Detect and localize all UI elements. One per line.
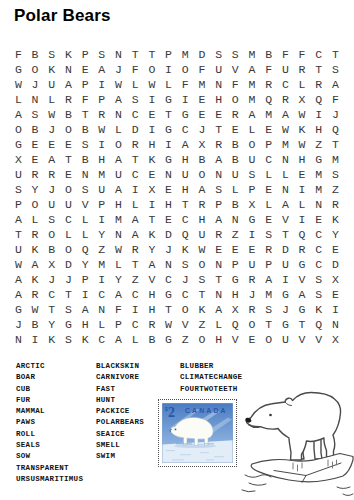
grid-cell[interactable]: K — [27, 272, 44, 287]
grid-cell[interactable]: X — [294, 92, 311, 107]
grid-cell[interactable]: E — [144, 167, 161, 182]
grid-cell[interactable]: E — [27, 137, 44, 152]
grid-cell[interactable]: T — [60, 287, 77, 302]
grid-cell[interactable]: Z — [310, 137, 327, 152]
grid-cell[interactable]: V — [77, 197, 94, 212]
grid-cell[interactable]: W — [160, 317, 177, 332]
grid-cell[interactable]: E — [160, 182, 177, 197]
grid-cell[interactable]: C — [310, 257, 327, 272]
grid-cell[interactable]: R — [194, 197, 211, 212]
grid-cell[interactable]: M — [260, 287, 277, 302]
grid-cell[interactable]: A — [194, 182, 211, 197]
grid-cell[interactable]: O — [244, 317, 261, 332]
grid-cell[interactable]: K — [294, 122, 311, 137]
grid-cell[interactable]: K — [310, 302, 327, 317]
grid-cell[interactable]: R — [260, 77, 277, 92]
grid-cell[interactable]: B — [27, 317, 44, 332]
grid-cell[interactable]: S — [260, 302, 277, 317]
grid-cell[interactable]: R — [244, 302, 261, 317]
grid-cell[interactable]: O — [194, 332, 211, 347]
grid-cell[interactable]: S — [194, 272, 211, 287]
grid-cell[interactable]: I — [93, 137, 110, 152]
grid-cell[interactable]: L — [77, 212, 94, 227]
grid-cell[interactable]: O — [244, 137, 261, 152]
grid-cell[interactable]: M — [177, 47, 194, 62]
grid-cell[interactable]: F — [110, 302, 127, 317]
grid-cell[interactable]: E — [77, 62, 94, 77]
grid-cell[interactable]: R — [93, 107, 110, 122]
grid-cell[interactable]: E — [294, 167, 311, 182]
grid-cell[interactable]: J — [327, 107, 344, 122]
grid-cell[interactable]: U — [194, 227, 211, 242]
grid-cell[interactable]: L — [260, 167, 277, 182]
grid-cell[interactable]: A — [127, 212, 144, 227]
grid-cell[interactable]: O — [260, 332, 277, 347]
grid-cell[interactable]: Y — [110, 272, 127, 287]
grid-cell[interactable]: I — [277, 272, 294, 287]
grid-cell[interactable]: U — [277, 257, 294, 272]
grid-cell[interactable]: I — [127, 302, 144, 317]
grid-cell[interactable]: E — [327, 242, 344, 257]
grid-cell[interactable]: W — [43, 107, 60, 122]
grid-cell[interactable]: H — [144, 302, 161, 317]
grid-cell[interactable]: Y — [43, 317, 60, 332]
grid-cell[interactable]: K — [144, 227, 161, 242]
grid-cell[interactable]: Z — [227, 227, 244, 242]
grid-cell[interactable]: C — [60, 212, 77, 227]
grid-cell[interactable]: Z — [93, 242, 110, 257]
grid-cell[interactable]: R — [210, 137, 227, 152]
grid-cell[interactable]: F — [127, 62, 144, 77]
grid-cell[interactable]: E — [160, 212, 177, 227]
grid-cell[interactable]: P — [77, 47, 94, 62]
grid-cell[interactable]: E — [260, 182, 277, 197]
grid-cell[interactable]: I — [244, 227, 261, 242]
grid-cell[interactable]: A — [93, 62, 110, 77]
grid-cell[interactable]: T — [327, 47, 344, 62]
grid-cell[interactable]: W — [277, 122, 294, 137]
grid-cell[interactable]: Q — [294, 227, 311, 242]
grid-cell[interactable]: H — [227, 287, 244, 302]
grid-cell[interactable]: E — [60, 137, 77, 152]
grid-cell[interactable]: L — [160, 77, 177, 92]
grid-cell[interactable]: N — [27, 92, 44, 107]
grid-cell[interactable]: X — [227, 302, 244, 317]
grid-cell[interactable]: K — [60, 47, 77, 62]
grid-cell[interactable]: V — [227, 332, 244, 347]
grid-cell[interactable]: I — [160, 137, 177, 152]
grid-cell[interactable]: L — [43, 92, 60, 107]
grid-cell[interactable]: T — [60, 152, 77, 167]
grid-cell[interactable]: L — [27, 212, 44, 227]
grid-cell[interactable]: M — [244, 77, 261, 92]
grid-cell[interactable]: A — [77, 302, 94, 317]
grid-cell[interactable]: A — [110, 287, 127, 302]
grid-cell[interactable]: X — [43, 257, 60, 272]
grid-cell[interactable]: Z — [127, 272, 144, 287]
grid-cell[interactable]: B — [43, 242, 60, 257]
grid-cell[interactable]: E — [244, 242, 261, 257]
grid-cell[interactable]: G — [177, 107, 194, 122]
grid-cell[interactable]: R — [127, 137, 144, 152]
grid-cell[interactable]: Z — [327, 182, 344, 197]
grid-cell[interactable]: E — [310, 212, 327, 227]
grid-cell[interactable]: N — [93, 302, 110, 317]
grid-cell[interactable]: A — [210, 302, 227, 317]
grid-cell[interactable]: U — [10, 167, 27, 182]
grid-cell[interactable]: Q — [77, 242, 94, 257]
grid-cell[interactable]: G — [160, 332, 177, 347]
grid-cell[interactable]: A — [43, 152, 60, 167]
grid-cell[interactable]: U — [277, 332, 294, 347]
grid-cell[interactable]: J — [160, 242, 177, 257]
grid-cell[interactable]: A — [244, 62, 261, 77]
grid-cell[interactable]: G — [294, 302, 311, 317]
grid-cell[interactable]: L — [10, 92, 27, 107]
grid-cell[interactable]: S — [93, 47, 110, 62]
grid-cell[interactable]: A — [210, 152, 227, 167]
grid-cell[interactable]: H — [210, 92, 227, 107]
grid-cell[interactable]: J — [244, 287, 261, 302]
grid-cell[interactable]: L — [210, 317, 227, 332]
grid-cell[interactable]: B — [194, 152, 211, 167]
grid-cell[interactable]: A — [110, 182, 127, 197]
grid-cell[interactable]: C — [177, 287, 194, 302]
grid-cell[interactable]: U — [43, 197, 60, 212]
grid-cell[interactable]: N — [60, 62, 77, 77]
grid-cell[interactable]: U — [277, 62, 294, 77]
grid-cell[interactable]: O — [27, 197, 44, 212]
grid-cell[interactable]: L — [277, 167, 294, 182]
grid-cell[interactable]: T — [127, 152, 144, 167]
grid-cell[interactable]: A — [277, 197, 294, 212]
grid-cell[interactable]: F — [327, 92, 344, 107]
grid-cell[interactable]: X — [327, 272, 344, 287]
grid-cell[interactable]: R — [210, 227, 227, 242]
grid-cell[interactable]: T — [160, 107, 177, 122]
grid-cell[interactable]: H — [144, 137, 161, 152]
grid-cell[interactable]: K — [27, 242, 44, 257]
grid-cell[interactable]: A — [10, 272, 27, 287]
grid-cell[interactable]: U — [110, 167, 127, 182]
grid-cell[interactable]: B — [27, 122, 44, 137]
grid-cell[interactable]: E — [210, 107, 227, 122]
grid-cell[interactable]: L — [260, 197, 277, 212]
grid-cell[interactable]: R — [310, 77, 327, 92]
grid-cell[interactable]: S — [310, 287, 327, 302]
grid-cell[interactable]: I — [144, 92, 161, 107]
grid-cell[interactable]: O — [194, 257, 211, 272]
grid-cell[interactable]: M — [194, 77, 211, 92]
grid-cell[interactable]: W — [27, 302, 44, 317]
grid-cell[interactable]: T — [127, 257, 144, 272]
grid-cell[interactable]: B — [227, 152, 244, 167]
grid-cell[interactable]: A — [277, 107, 294, 122]
grid-cell[interactable]: Q — [310, 317, 327, 332]
grid-cell[interactable]: U — [43, 77, 60, 92]
grid-cell[interactable]: I — [93, 212, 110, 227]
grid-cell[interactable]: W — [194, 242, 211, 257]
grid-cell[interactable]: P — [260, 257, 277, 272]
grid-cell[interactable]: K — [177, 242, 194, 257]
grid-cell[interactable]: N — [227, 212, 244, 227]
grid-cell[interactable]: H — [194, 212, 211, 227]
grid-cell[interactable]: U — [93, 182, 110, 197]
grid-cell[interactable]: A — [144, 257, 161, 272]
grid-cell[interactable]: H — [210, 332, 227, 347]
grid-cell[interactable]: B — [27, 47, 44, 62]
grid-cell[interactable]: N — [110, 227, 127, 242]
grid-cell[interactable]: B — [77, 122, 94, 137]
grid-cell[interactable]: X — [144, 182, 161, 197]
grid-cell[interactable]: E — [260, 212, 277, 227]
grid-cell[interactable]: L — [77, 227, 94, 242]
grid-cell[interactable]: L — [294, 77, 311, 92]
grid-cell[interactable]: A — [177, 137, 194, 152]
grid-cell[interactable]: C — [310, 227, 327, 242]
grid-cell[interactable]: I — [27, 332, 44, 347]
grid-cell[interactable]: F — [10, 47, 27, 62]
grid-cell[interactable]: J — [43, 122, 60, 137]
grid-cell[interactable]: Q — [227, 317, 244, 332]
grid-cell[interactable]: S — [77, 182, 94, 197]
grid-cell[interactable]: M — [327, 152, 344, 167]
grid-cell[interactable]: P — [160, 47, 177, 62]
grid-cell[interactable]: M — [93, 257, 110, 272]
grid-cell[interactable]: V — [310, 332, 327, 347]
grid-cell[interactable]: T — [277, 227, 294, 242]
grid-cell[interactable]: E — [144, 107, 161, 122]
grid-cell[interactable]: A — [210, 212, 227, 227]
grid-cell[interactable]: C — [177, 122, 194, 137]
grid-cell[interactable]: C — [127, 287, 144, 302]
grid-cell[interactable]: G — [227, 272, 244, 287]
grid-cell[interactable]: T — [177, 197, 194, 212]
grid-cell[interactable]: Y — [144, 242, 161, 257]
grid-cell[interactable]: P — [77, 77, 94, 92]
grid-cell[interactable]: V — [177, 317, 194, 332]
grid-cell[interactable]: P — [10, 197, 27, 212]
grid-cell[interactable]: L — [110, 257, 127, 272]
grid-cell[interactable]: U — [10, 242, 27, 257]
grid-cell[interactable]: P — [227, 257, 244, 272]
grid-cell[interactable]: I — [294, 182, 311, 197]
grid-cell[interactable]: C — [310, 47, 327, 62]
grid-cell[interactable]: G — [10, 62, 27, 77]
grid-cell[interactable]: T — [144, 212, 161, 227]
grid-cell[interactable]: I — [294, 212, 311, 227]
grid-cell[interactable]: T — [310, 62, 327, 77]
grid-cell[interactable]: I — [144, 197, 161, 212]
grid-cell[interactable]: Y — [77, 257, 94, 272]
grid-cell[interactable]: W — [110, 77, 127, 92]
grid-cell[interactable]: C — [93, 332, 110, 347]
grid-cell[interactable]: P — [93, 92, 110, 107]
grid-cell[interactable]: Q — [327, 122, 344, 137]
grid-cell[interactable]: S — [244, 167, 261, 182]
grid-cell[interactable]: G — [10, 302, 27, 317]
grid-cell[interactable]: L — [110, 122, 127, 137]
grid-cell[interactable]: V — [144, 272, 161, 287]
grid-cell[interactable]: C — [160, 272, 177, 287]
grid-cell[interactable]: N — [210, 257, 227, 272]
grid-cell[interactable]: J — [10, 317, 27, 332]
grid-cell[interactable]: M — [310, 167, 327, 182]
grid-cell[interactable]: C — [127, 167, 144, 182]
grid-cell[interactable]: B — [227, 197, 244, 212]
grid-cell[interactable]: N — [160, 167, 177, 182]
grid-cell[interactable]: N — [210, 77, 227, 92]
grid-cell[interactable]: A — [244, 107, 261, 122]
grid-cell[interactable]: H — [310, 122, 327, 137]
grid-cell[interactable]: M — [260, 107, 277, 122]
grid-cell[interactable]: U — [210, 62, 227, 77]
grid-cell[interactable]: J — [60, 272, 77, 287]
grid-cell[interactable]: W — [144, 77, 161, 92]
grid-cell[interactable]: G — [60, 317, 77, 332]
grid-cell[interactable]: L — [227, 182, 244, 197]
grid-cell[interactable]: X — [194, 137, 211, 152]
grid-cell[interactable]: N — [110, 107, 127, 122]
grid-cell[interactable]: G — [277, 317, 294, 332]
grid-cell[interactable]: U — [227, 167, 244, 182]
grid-cell[interactable]: X — [244, 197, 261, 212]
grid-cell[interactable]: T — [194, 287, 211, 302]
grid-cell[interactable]: E — [244, 332, 261, 347]
grid-cell[interactable]: R — [27, 167, 44, 182]
grid-cell[interactable]: K — [194, 302, 211, 317]
grid-cell[interactable]: W — [10, 257, 27, 272]
grid-cell[interactable]: G — [160, 92, 177, 107]
grid-cell[interactable]: R — [244, 272, 261, 287]
grid-cell[interactable]: G — [244, 212, 261, 227]
grid-cell[interactable]: D — [160, 227, 177, 242]
grid-cell[interactable]: X — [10, 152, 27, 167]
grid-cell[interactable]: I — [177, 92, 194, 107]
grid-cell[interactable]: G — [310, 152, 327, 167]
grid-cell[interactable]: D — [127, 122, 144, 137]
grid-cell[interactable]: I — [144, 122, 161, 137]
grid-cell[interactable]: A — [27, 257, 44, 272]
grid-cell[interactable]: F — [194, 62, 211, 77]
grid-cell[interactable]: R — [144, 317, 161, 332]
grid-cell[interactable]: B — [144, 332, 161, 347]
grid-cell[interactable]: P — [110, 317, 127, 332]
grid-cell[interactable]: H — [144, 287, 161, 302]
grid-cell[interactable]: R — [127, 242, 144, 257]
grid-cell[interactable]: A — [294, 287, 311, 302]
grid-cell[interactable]: J — [110, 62, 127, 77]
grid-cell[interactable]: O — [10, 122, 27, 137]
grid-cell[interactable]: I — [160, 62, 177, 77]
grid-cell[interactable]: Q — [177, 227, 194, 242]
grid-cell[interactable]: O — [60, 122, 77, 137]
grid-cell[interactable]: K — [43, 332, 60, 347]
grid-cell[interactable]: T — [210, 122, 227, 137]
grid-cell[interactable]: I — [93, 272, 110, 287]
grid-cell[interactable]: U — [177, 167, 194, 182]
grid-cell[interactable]: Y — [93, 227, 110, 242]
grid-cell[interactable]: M — [244, 92, 261, 107]
grid-cell[interactable]: P — [77, 272, 94, 287]
grid-cell[interactable]: A — [260, 272, 277, 287]
grid-cell[interactable]: W — [294, 137, 311, 152]
grid-cell[interactable]: D — [277, 242, 294, 257]
grid-cell[interactable]: J — [177, 272, 194, 287]
grid-cell[interactable]: C — [260, 152, 277, 167]
grid-cell[interactable]: J — [43, 272, 60, 287]
grid-cell[interactable]: N — [277, 152, 294, 167]
grid-cell[interactable]: C — [93, 287, 110, 302]
grid-cell[interactable]: C — [43, 287, 60, 302]
grid-cell[interactable]: O — [177, 62, 194, 77]
grid-cell[interactable]: E — [227, 242, 244, 257]
grid-cell[interactable]: N — [210, 287, 227, 302]
grid-cell[interactable]: A — [127, 227, 144, 242]
grid-cell[interactable]: T — [260, 317, 277, 332]
grid-cell[interactable]: S — [327, 62, 344, 77]
grid-cell[interactable]: R — [60, 92, 77, 107]
grid-cell[interactable]: T — [10, 227, 27, 242]
grid-cell[interactable]: L — [127, 332, 144, 347]
grid-cell[interactable]: E — [327, 287, 344, 302]
grid-cell[interactable]: U — [60, 197, 77, 212]
grid-cell[interactable]: O — [177, 302, 194, 317]
grid-cell[interactable]: T — [127, 47, 144, 62]
grid-cell[interactable]: S — [260, 227, 277, 242]
grid-cell[interactable]: G — [294, 257, 311, 272]
grid-cell[interactable]: A — [110, 152, 127, 167]
grid-cell[interactable]: H — [77, 317, 94, 332]
grid-cell[interactable]: V — [227, 62, 244, 77]
grid-cell[interactable]: N — [310, 197, 327, 212]
grid-cell[interactable]: G — [277, 287, 294, 302]
grid-cell[interactable]: B — [260, 47, 277, 62]
grid-cell[interactable]: L — [244, 122, 261, 137]
grid-cell[interactable]: T — [144, 47, 161, 62]
grid-cell[interactable]: J — [27, 77, 44, 92]
grid-cell[interactable]: W — [93, 122, 110, 137]
grid-cell[interactable]: L — [127, 77, 144, 92]
grid-cell[interactable]: E — [27, 152, 44, 167]
grid-cell[interactable]: O — [144, 62, 161, 77]
grid-cell[interactable]: O — [60, 242, 77, 257]
grid-cell[interactable]: J — [194, 122, 211, 137]
grid-cell[interactable]: P — [93, 197, 110, 212]
grid-cell[interactable]: M — [310, 182, 327, 197]
grid-cell[interactable]: S — [210, 47, 227, 62]
grid-cell[interactable]: I — [127, 182, 144, 197]
grid-cell[interactable]: I — [93, 77, 110, 92]
grid-cell[interactable]: R — [227, 107, 244, 122]
grid-cell[interactable]: A — [10, 107, 27, 122]
grid-cell[interactable]: C — [177, 212, 194, 227]
grid-cell[interactable]: V — [294, 332, 311, 347]
grid-cell[interactable]: S — [310, 272, 327, 287]
grid-cell[interactable]: H — [93, 152, 110, 167]
grid-cell[interactable]: N — [77, 167, 94, 182]
grid-cell[interactable]: J — [43, 182, 60, 197]
grid-cell[interactable]: G — [160, 152, 177, 167]
grid-cell[interactable]: I — [327, 302, 344, 317]
grid-cell[interactable]: S — [227, 47, 244, 62]
grid-cell[interactable]: H — [294, 152, 311, 167]
grid-cell[interactable]: T — [294, 317, 311, 332]
grid-cell[interactable]: S — [60, 332, 77, 347]
grid-cell[interactable]: C — [277, 77, 294, 92]
grid-cell[interactable]: A — [110, 332, 127, 347]
grid-cell[interactable]: S — [43, 212, 60, 227]
